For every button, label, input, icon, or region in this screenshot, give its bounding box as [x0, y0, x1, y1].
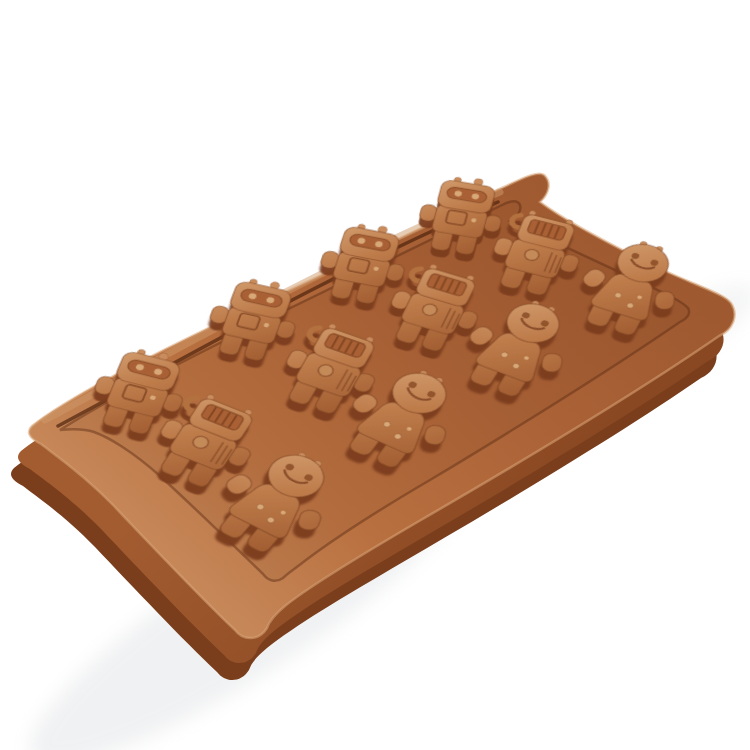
product-photo: [0, 0, 750, 750]
mold-photo-svg: [0, 0, 750, 750]
